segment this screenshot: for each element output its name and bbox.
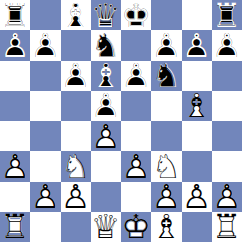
piece-outline-glyph: ♙ bbox=[30, 182, 60, 212]
piece-white-bishop[interactable]: ♝♗ bbox=[182, 91, 212, 121]
piece-outline-glyph: ♗ bbox=[61, 0, 91, 30]
piece-fill-glyph: ♝ bbox=[151, 212, 181, 242]
square-d2[interactable] bbox=[91, 182, 121, 212]
piece-fill-glyph: ♟ bbox=[151, 182, 181, 212]
piece-fill-glyph: ♟ bbox=[30, 30, 60, 60]
piece-outline-glyph: ♗ bbox=[151, 212, 181, 242]
piece-white-knight[interactable]: ♞♘ bbox=[61, 151, 91, 181]
square-b2[interactable]: ♟♙ bbox=[30, 182, 60, 212]
piece-fill-glyph: ♟ bbox=[61, 182, 91, 212]
piece-fill-glyph: ♟ bbox=[91, 91, 121, 121]
piece-black-pawn[interactable]: ♟♙ bbox=[91, 91, 121, 121]
square-b1[interactable] bbox=[30, 212, 60, 242]
square-g2[interactable]: ♟♙ bbox=[182, 182, 212, 212]
piece-fill-glyph: ♝ bbox=[91, 61, 121, 91]
square-e2[interactable] bbox=[121, 182, 151, 212]
square-a5[interactable] bbox=[0, 91, 30, 121]
piece-black-pawn[interactable]: ♟♙ bbox=[212, 30, 242, 60]
chess-board: ♜♖♝♗♛♕♚♔♜♖♟♙♟♙♞♘♟♙♟♙♟♙♟♙♝♗♟♙♞♘♟♙♝♗♟♙♟♙♞♘… bbox=[0, 0, 242, 242]
piece-outline-glyph: ♔ bbox=[121, 212, 151, 242]
square-a4[interactable] bbox=[0, 121, 30, 151]
square-c5[interactable] bbox=[61, 91, 91, 121]
piece-outline-glyph: ♘ bbox=[151, 151, 181, 181]
piece-outline-glyph: ♖ bbox=[212, 212, 242, 242]
piece-fill-glyph: ♟ bbox=[151, 30, 181, 60]
square-g1[interactable] bbox=[182, 212, 212, 242]
square-b6[interactable] bbox=[30, 61, 60, 91]
piece-fill-glyph: ♛ bbox=[91, 212, 121, 242]
piece-black-rook[interactable]: ♜♖ bbox=[212, 0, 242, 30]
piece-white-pawn[interactable]: ♟♙ bbox=[61, 182, 91, 212]
square-f2[interactable]: ♟♙ bbox=[151, 182, 181, 212]
piece-fill-glyph: ♟ bbox=[182, 182, 212, 212]
square-b4[interactable] bbox=[30, 121, 60, 151]
square-c1[interactable] bbox=[61, 212, 91, 242]
square-e8[interactable]: ♚♔ bbox=[121, 0, 151, 30]
piece-black-pawn[interactable]: ♟♙ bbox=[0, 30, 30, 60]
square-d6[interactable]: ♝♗ bbox=[91, 61, 121, 91]
piece-outline-glyph: ♖ bbox=[212, 0, 242, 30]
piece-black-pawn[interactable]: ♟♙ bbox=[182, 30, 212, 60]
piece-outline-glyph: ♙ bbox=[151, 182, 181, 212]
square-d5[interactable]: ♟♙ bbox=[91, 91, 121, 121]
piece-fill-glyph: ♚ bbox=[121, 0, 151, 30]
square-a3[interactable]: ♟♙ bbox=[0, 151, 30, 181]
piece-fill-glyph: ♞ bbox=[151, 151, 181, 181]
square-d3[interactable] bbox=[91, 151, 121, 181]
piece-black-bishop[interactable]: ♝♗ bbox=[91, 61, 121, 91]
square-d8[interactable]: ♛♕ bbox=[91, 0, 121, 30]
square-d1[interactable]: ♛♕ bbox=[91, 212, 121, 242]
square-h5[interactable] bbox=[212, 91, 242, 121]
piece-outline-glyph: ♘ bbox=[91, 30, 121, 60]
square-e4[interactable] bbox=[121, 121, 151, 151]
piece-outline-glyph: ♕ bbox=[91, 212, 121, 242]
square-e1[interactable]: ♚♔ bbox=[121, 212, 151, 242]
square-b3[interactable] bbox=[30, 151, 60, 181]
piece-white-pawn[interactable]: ♟♙ bbox=[0, 151, 30, 181]
piece-outline-glyph: ♔ bbox=[121, 0, 151, 30]
piece-white-king[interactable]: ♚♔ bbox=[121, 212, 151, 242]
square-h4[interactable] bbox=[212, 121, 242, 151]
square-e5[interactable] bbox=[121, 91, 151, 121]
square-a2[interactable] bbox=[0, 182, 30, 212]
square-g7[interactable]: ♟♙ bbox=[182, 30, 212, 60]
square-b5[interactable] bbox=[30, 91, 60, 121]
square-f6[interactable]: ♞♘ bbox=[151, 61, 181, 91]
square-h6[interactable] bbox=[212, 61, 242, 91]
piece-black-bishop[interactable]: ♝♗ bbox=[61, 0, 91, 30]
square-c3[interactable]: ♞♘ bbox=[61, 151, 91, 181]
square-g5[interactable]: ♝♗ bbox=[182, 91, 212, 121]
square-a1[interactable]: ♜♖ bbox=[0, 212, 30, 242]
piece-white-pawn[interactable]: ♟♙ bbox=[212, 182, 242, 212]
square-f1[interactable]: ♝♗ bbox=[151, 212, 181, 242]
piece-fill-glyph: ♜ bbox=[0, 212, 30, 242]
piece-fill-glyph: ♟ bbox=[61, 61, 91, 91]
piece-fill-glyph: ♟ bbox=[121, 61, 151, 91]
piece-black-knight[interactable]: ♞♘ bbox=[151, 61, 181, 91]
piece-black-pawn[interactable]: ♟♙ bbox=[30, 30, 60, 60]
piece-outline-glyph: ♖ bbox=[0, 0, 30, 30]
piece-white-queen[interactable]: ♛♕ bbox=[91, 212, 121, 242]
piece-outline-glyph: ♙ bbox=[121, 61, 151, 91]
piece-fill-glyph: ♟ bbox=[0, 30, 30, 60]
piece-outline-glyph: ♗ bbox=[182, 91, 212, 121]
square-g4[interactable] bbox=[182, 121, 212, 151]
square-a8[interactable]: ♜♖ bbox=[0, 0, 30, 30]
square-h1[interactable]: ♜♖ bbox=[212, 212, 242, 242]
square-f4[interactable] bbox=[151, 121, 181, 151]
piece-fill-glyph: ♞ bbox=[91, 30, 121, 60]
square-h8[interactable]: ♜♖ bbox=[212, 0, 242, 30]
piece-white-pawn[interactable]: ♟♙ bbox=[182, 182, 212, 212]
piece-fill-glyph: ♟ bbox=[0, 151, 30, 181]
piece-outline-glyph: ♙ bbox=[182, 30, 212, 60]
piece-outline-glyph: ♖ bbox=[0, 212, 30, 242]
square-c4[interactable] bbox=[61, 121, 91, 151]
piece-black-king[interactable]: ♚♔ bbox=[121, 0, 151, 30]
piece-fill-glyph: ♟ bbox=[212, 30, 242, 60]
piece-black-pawn[interactable]: ♟♙ bbox=[121, 61, 151, 91]
piece-white-knight[interactable]: ♞♘ bbox=[151, 151, 181, 181]
piece-outline-glyph: ♙ bbox=[91, 91, 121, 121]
square-e7[interactable] bbox=[121, 30, 151, 60]
piece-outline-glyph: ♙ bbox=[121, 151, 151, 181]
square-g8[interactable] bbox=[182, 0, 212, 30]
piece-outline-glyph: ♙ bbox=[61, 61, 91, 91]
square-g6[interactable] bbox=[182, 61, 212, 91]
piece-outline-glyph: ♗ bbox=[91, 61, 121, 91]
piece-white-bishop[interactable]: ♝♗ bbox=[151, 212, 181, 242]
piece-outline-glyph: ♙ bbox=[0, 30, 30, 60]
piece-fill-glyph: ♜ bbox=[0, 0, 30, 30]
piece-white-pawn[interactable]: ♟♙ bbox=[30, 182, 60, 212]
square-c7[interactable] bbox=[61, 30, 91, 60]
piece-outline-glyph: ♙ bbox=[212, 182, 242, 212]
piece-black-pawn[interactable]: ♟♙ bbox=[151, 30, 181, 60]
square-h2[interactable]: ♟♙ bbox=[212, 182, 242, 212]
piece-outline-glyph: ♙ bbox=[61, 182, 91, 212]
piece-outline-glyph: ♙ bbox=[91, 121, 121, 151]
square-b7[interactable]: ♟♙ bbox=[30, 30, 60, 60]
piece-outline-glyph: ♘ bbox=[61, 151, 91, 181]
square-e6[interactable]: ♟♙ bbox=[121, 61, 151, 91]
square-h7[interactable]: ♟♙ bbox=[212, 30, 242, 60]
square-f8[interactable] bbox=[151, 0, 181, 30]
square-c6[interactable]: ♟♙ bbox=[61, 61, 91, 91]
square-b8[interactable] bbox=[30, 0, 60, 30]
piece-outline-glyph: ♕ bbox=[91, 0, 121, 30]
square-f5[interactable] bbox=[151, 91, 181, 121]
piece-black-pawn[interactable]: ♟♙ bbox=[61, 61, 91, 91]
piece-fill-glyph: ♟ bbox=[182, 30, 212, 60]
piece-white-pawn[interactable]: ♟♙ bbox=[91, 121, 121, 151]
piece-outline-glyph: ♙ bbox=[182, 182, 212, 212]
square-f7[interactable]: ♟♙ bbox=[151, 30, 181, 60]
piece-fill-glyph: ♛ bbox=[91, 0, 121, 30]
square-a6[interactable] bbox=[0, 61, 30, 91]
square-e3[interactable]: ♟♙ bbox=[121, 151, 151, 181]
piece-fill-glyph: ♟ bbox=[30, 182, 60, 212]
square-h3[interactable] bbox=[212, 151, 242, 181]
piece-white-pawn[interactable]: ♟♙ bbox=[121, 151, 151, 181]
square-f3[interactable]: ♞♘ bbox=[151, 151, 181, 181]
piece-outline-glyph: ♙ bbox=[212, 30, 242, 60]
piece-fill-glyph: ♟ bbox=[121, 151, 151, 181]
square-g3[interactable] bbox=[182, 151, 212, 181]
piece-black-queen[interactable]: ♛♕ bbox=[91, 0, 121, 30]
square-c2[interactable]: ♟♙ bbox=[61, 182, 91, 212]
square-d7[interactable]: ♞♘ bbox=[91, 30, 121, 60]
piece-fill-glyph: ♝ bbox=[61, 0, 91, 30]
piece-outline-glyph: ♙ bbox=[30, 30, 60, 60]
piece-black-knight[interactable]: ♞♘ bbox=[91, 30, 121, 60]
piece-outline-glyph: ♙ bbox=[0, 151, 30, 181]
piece-fill-glyph: ♜ bbox=[212, 0, 242, 30]
piece-fill-glyph: ♟ bbox=[91, 121, 121, 151]
piece-white-rook[interactable]: ♜♖ bbox=[0, 212, 30, 242]
piece-white-pawn[interactable]: ♟♙ bbox=[151, 182, 181, 212]
piece-outline-glyph: ♘ bbox=[151, 61, 181, 91]
square-d4[interactable]: ♟♙ bbox=[91, 121, 121, 151]
piece-white-rook[interactable]: ♜♖ bbox=[212, 212, 242, 242]
piece-fill-glyph: ♜ bbox=[212, 212, 242, 242]
piece-black-rook[interactable]: ♜♖ bbox=[0, 0, 30, 30]
square-c8[interactable]: ♝♗ bbox=[61, 0, 91, 30]
piece-fill-glyph: ♟ bbox=[212, 182, 242, 212]
piece-fill-glyph: ♞ bbox=[61, 151, 91, 181]
piece-fill-glyph: ♝ bbox=[182, 91, 212, 121]
square-a7[interactable]: ♟♙ bbox=[0, 30, 30, 60]
piece-fill-glyph: ♞ bbox=[151, 61, 181, 91]
piece-fill-glyph: ♚ bbox=[121, 212, 151, 242]
piece-outline-glyph: ♙ bbox=[151, 30, 181, 60]
